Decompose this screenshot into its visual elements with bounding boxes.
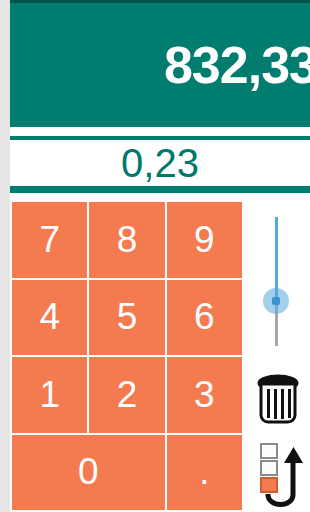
stack-undo-button[interactable] xyxy=(254,440,304,508)
entry-value: 0,23 xyxy=(121,143,199,183)
key-5[interactable]: 5 xyxy=(89,280,164,356)
key-4[interactable]: 4 xyxy=(12,280,87,356)
stack-undo-arrow-icon xyxy=(254,440,304,508)
trash-icon xyxy=(256,369,300,427)
key-0[interactable]: 0 xyxy=(12,435,165,511)
key-decimal[interactable]: . xyxy=(167,435,242,511)
key-3[interactable]: 3 xyxy=(167,357,242,433)
app-screen: 832,33 0,23 7 8 9 4 5 6 1 2 3 0 . xyxy=(10,0,310,512)
entry-bottom-divider xyxy=(10,186,310,193)
key-6[interactable]: 6 xyxy=(167,280,242,356)
key-8[interactable]: 8 xyxy=(89,202,164,278)
entry-field[interactable]: 0,23 xyxy=(10,140,310,186)
numeric-keypad: 7 8 9 4 5 6 1 2 3 0 . xyxy=(12,202,242,510)
clear-trash-button[interactable] xyxy=(256,369,300,427)
key-9[interactable]: 9 xyxy=(167,202,242,278)
slider-thumb-dot-icon xyxy=(272,297,280,305)
key-1[interactable]: 1 xyxy=(12,357,87,433)
total-display-panel: 832,33 xyxy=(10,3,310,127)
total-value: 832,33 xyxy=(164,39,310,91)
key-7[interactable]: 7 xyxy=(12,202,87,278)
key-2[interactable]: 2 xyxy=(89,357,164,433)
